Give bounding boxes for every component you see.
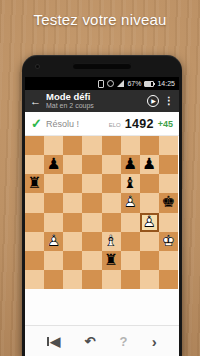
- phone-screen: 67% 14:25 ← Mode défi Mat en 2 coups ▶ ⋮…: [25, 77, 179, 356]
- phone-mockup: 67% 14:25 ← Mode défi Mat en 2 coups ▶ ⋮…: [22, 55, 182, 356]
- square-e4[interactable]: [102, 213, 121, 232]
- chess-board[interactable]: ♟♟♟♜♝♟♙♚♟♙♟♙♝♗♚♔♜: [25, 136, 178, 289]
- square-d8[interactable]: [82, 136, 101, 155]
- square-c8[interactable]: [63, 136, 82, 155]
- front-camera-icon: [35, 64, 40, 69]
- black-rook-piece[interactable]: ♜: [25, 174, 44, 193]
- square-c4[interactable]: [63, 213, 82, 232]
- square-e7[interactable]: [102, 155, 121, 174]
- square-d6[interactable]: [82, 174, 101, 193]
- square-f7[interactable]: ♟: [121, 155, 140, 174]
- square-a3[interactable]: [25, 232, 44, 251]
- status-bar: 67% 14:25: [25, 77, 179, 90]
- square-a6[interactable]: ♜: [25, 174, 44, 193]
- square-a2[interactable]: [25, 251, 44, 270]
- black-pawn-piece[interactable]: ♟: [121, 155, 140, 174]
- page-subtitle: Mat en 2 coups: [46, 102, 142, 109]
- white-pawn-piece[interactable]: ♟♙: [121, 193, 140, 212]
- earpiece-speaker: [73, 63, 131, 69]
- black-bishop-piece[interactable]: ♝: [121, 174, 140, 193]
- solved-label: Résolu !: [46, 119, 105, 129]
- square-a1[interactable]: [25, 270, 44, 289]
- black-king-piece[interactable]: ♚: [159, 193, 178, 212]
- square-e1[interactable]: [102, 270, 121, 289]
- black-rook-piece[interactable]: ♜: [102, 251, 121, 270]
- white-bishop-piece[interactable]: ♝♗: [102, 232, 121, 251]
- square-b7[interactable]: ♟: [44, 155, 63, 174]
- square-g2[interactable]: [140, 251, 159, 270]
- square-b5[interactable]: [44, 193, 63, 212]
- elo-delta: +45: [158, 119, 173, 129]
- square-b6[interactable]: [44, 174, 63, 193]
- square-d2[interactable]: [82, 251, 101, 270]
- white-pawn-piece[interactable]: ♟♙: [44, 232, 63, 251]
- square-h5[interactable]: ♚: [159, 193, 178, 212]
- black-pawn-piece[interactable]: ♟: [44, 155, 63, 174]
- result-bar: ✓ Résolu ! ELO 1492 +45: [25, 112, 179, 136]
- square-g6[interactable]: [140, 174, 159, 193]
- square-h2[interactable]: [159, 251, 178, 270]
- square-a5[interactable]: [25, 193, 44, 212]
- square-g8[interactable]: [140, 136, 159, 155]
- solved-check-icon: ✓: [31, 117, 42, 130]
- undo-icon[interactable]: ↶: [84, 335, 95, 348]
- square-h7[interactable]: [159, 155, 178, 174]
- alarm-icon: [107, 80, 114, 87]
- vibrate-icon: [98, 80, 104, 88]
- elo-label: ELO: [109, 122, 121, 128]
- square-d4[interactable]: [82, 213, 101, 232]
- forward-icon[interactable]: ›: [152, 334, 157, 349]
- square-e8[interactable]: [102, 136, 121, 155]
- battery-icon: [144, 81, 154, 87]
- square-e5[interactable]: [102, 193, 121, 212]
- square-f8[interactable]: [121, 136, 140, 155]
- square-h6[interactable]: [159, 174, 178, 193]
- bottom-toolbar: ◀ ↶ ? ›: [25, 325, 179, 356]
- square-d1[interactable]: [82, 270, 101, 289]
- square-f2[interactable]: [121, 251, 140, 270]
- square-b2[interactable]: [44, 251, 63, 270]
- screen-spacer: [25, 289, 179, 325]
- square-c1[interactable]: [63, 270, 82, 289]
- square-f3[interactable]: [121, 232, 140, 251]
- square-b4[interactable]: [44, 213, 63, 232]
- hint-icon[interactable]: ?: [120, 335, 128, 348]
- square-g1[interactable]: [140, 270, 159, 289]
- battery-percent: 67%: [127, 80, 141, 87]
- elo-rating: 1492: [125, 117, 154, 131]
- square-c6[interactable]: [63, 174, 82, 193]
- square-d5[interactable]: [82, 193, 101, 212]
- skip-to-start-icon[interactable]: ◀: [47, 335, 60, 348]
- square-e2[interactable]: ♜: [102, 251, 121, 270]
- square-c2[interactable]: [63, 251, 82, 270]
- square-f5[interactable]: ♟♙: [121, 193, 140, 212]
- square-a7[interactable]: [25, 155, 44, 174]
- square-c5[interactable]: [63, 193, 82, 212]
- back-arrow-icon[interactable]: ←: [30, 96, 41, 107]
- white-king-piece[interactable]: ♚♔: [159, 232, 178, 251]
- square-b1[interactable]: [44, 270, 63, 289]
- app-bar-titles: Mode défi Mat en 2 coups: [46, 92, 142, 109]
- square-c3[interactable]: [63, 232, 82, 251]
- page-title: Mode défi: [46, 92, 142, 102]
- white-pawn-piece[interactable]: ♟♙: [140, 213, 159, 232]
- square-d7[interactable]: [82, 155, 101, 174]
- square-g4[interactable]: ♟♙: [140, 213, 159, 232]
- square-a8[interactable]: [25, 136, 44, 155]
- square-g7[interactable]: ♟: [140, 155, 159, 174]
- black-pawn-piece[interactable]: ♟: [140, 155, 159, 174]
- square-h4[interactable]: [159, 213, 178, 232]
- square-f1[interactable]: [121, 270, 140, 289]
- square-a4[interactable]: [25, 213, 44, 232]
- square-e6[interactable]: [102, 174, 121, 193]
- banner-title: Testez votre niveau: [0, 11, 200, 28]
- phone-top-bezel: [22, 55, 182, 77]
- overflow-menu-icon[interactable]: ⋮: [164, 96, 174, 106]
- clock-time: 14:25: [157, 80, 175, 87]
- square-h1[interactable]: [159, 270, 178, 289]
- square-b8[interactable]: [44, 136, 63, 155]
- below-board-area: ◀ ↶ ? ›: [25, 289, 179, 356]
- play-circle-icon[interactable]: ▶: [147, 95, 159, 107]
- signal-icon: [117, 80, 124, 87]
- square-h3[interactable]: ♚♔: [159, 232, 178, 251]
- square-f6[interactable]: ♝: [121, 174, 140, 193]
- square-h8[interactable]: [159, 136, 178, 155]
- square-d3[interactable]: [82, 232, 101, 251]
- app-bar: ← Mode défi Mat en 2 coups ▶ ⋮: [25, 90, 179, 112]
- square-g5[interactable]: [140, 193, 159, 212]
- square-f4[interactable]: [121, 213, 140, 232]
- square-c7[interactable]: [63, 155, 82, 174]
- square-g3[interactable]: [140, 232, 159, 251]
- square-e3[interactable]: ♝♗: [102, 232, 121, 251]
- square-b3[interactable]: ♟♙: [44, 232, 63, 251]
